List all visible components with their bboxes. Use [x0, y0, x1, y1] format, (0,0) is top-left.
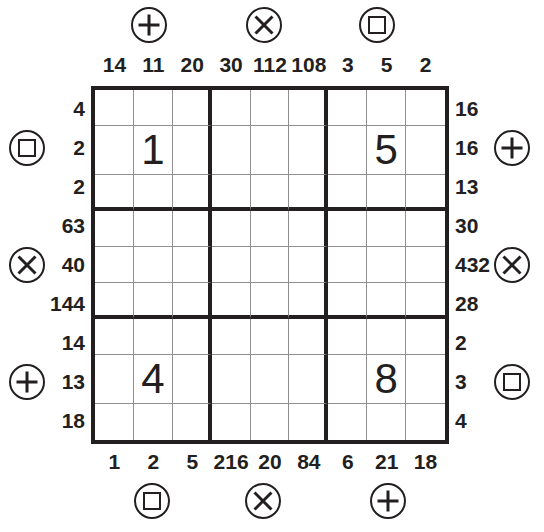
cell-r9c3[interactable] [173, 404, 212, 440]
clue-top-2: 11 [131, 54, 175, 76]
clue-left-1: 4 [28, 98, 85, 120]
clue-right-7: 2 [455, 332, 512, 354]
cell-r2c2-given[interactable]: 1 [134, 126, 173, 175]
clue-bottom-4: 216 [209, 451, 253, 473]
cell-r5c5[interactable] [251, 247, 290, 283]
clue-bottom-1: 1 [92, 451, 136, 473]
cell-r3c7[interactable] [328, 175, 367, 211]
cell-r9c5[interactable] [251, 404, 290, 440]
cell-r8c2-given[interactable]: 4 [134, 355, 173, 404]
op-add-icon [494, 130, 530, 166]
op-multiply-icon [494, 247, 530, 283]
square-glyph [143, 492, 161, 510]
plus-bar-v [511, 138, 514, 159]
cell-r6c8[interactable] [367, 283, 406, 319]
cell-r7c4[interactable] [212, 319, 251, 355]
cell-r1c1[interactable] [95, 90, 134, 126]
cell-r9c9[interactable] [406, 404, 445, 440]
cell-r8c5[interactable] [251, 355, 290, 404]
clue-top-8: 5 [365, 54, 409, 76]
clue-right-9: 4 [455, 410, 512, 432]
square-glyph [368, 16, 386, 34]
clue-right-6: 28 [455, 293, 512, 315]
cell-r6c5[interactable] [251, 283, 290, 319]
cell-r2c6[interactable] [289, 126, 328, 175]
clue-left-7: 14 [28, 332, 85, 354]
cell-r5c9[interactable] [406, 247, 445, 283]
cell-r6c7[interactable] [328, 283, 367, 319]
cell-r2c9[interactable] [406, 126, 445, 175]
clue-left-4: 63 [28, 215, 85, 237]
cell-r5c7[interactable] [328, 247, 367, 283]
op-multiply-icon [246, 7, 282, 43]
board: 1548 [91, 86, 449, 444]
cell-r6c1[interactable] [95, 283, 134, 319]
cell-r1c9[interactable] [406, 90, 445, 126]
cell-r7c1[interactable] [95, 319, 134, 355]
cell-r3c6[interactable] [289, 175, 328, 211]
cell-r3c1[interactable] [95, 175, 134, 211]
cell-r9c8[interactable] [367, 404, 406, 440]
cell-r2c1[interactable] [95, 126, 134, 175]
cell-r8c6[interactable] [289, 355, 328, 404]
cell-r4c9[interactable] [406, 211, 445, 247]
clue-top-5: 112 [248, 54, 292, 76]
cell-r7c9[interactable] [406, 319, 445, 355]
cell-r1c2[interactable] [134, 90, 173, 126]
clue-right-3: 13 [455, 176, 512, 198]
cell-r4c5[interactable] [251, 211, 290, 247]
clue-top-1: 14 [92, 54, 136, 76]
op-add-icon [131, 7, 167, 43]
plus-bar-v [148, 15, 151, 36]
cell-r3c4[interactable] [212, 175, 251, 211]
cell-r4c1[interactable] [95, 211, 134, 247]
cell-r8c8-given[interactable]: 8 [367, 355, 406, 404]
cell-r4c4[interactable] [212, 211, 251, 247]
cell-r5c3[interactable] [173, 247, 212, 283]
square-glyph [18, 139, 36, 157]
clue-left-9: 18 [28, 410, 85, 432]
cell-r5c2[interactable] [134, 247, 173, 283]
cell-r4c8[interactable] [367, 211, 406, 247]
cell-r4c7[interactable] [328, 211, 367, 247]
cell-r3c9[interactable] [406, 175, 445, 211]
cell-r5c8[interactable] [367, 247, 406, 283]
op-square-icon [9, 130, 45, 166]
cell-r5c4[interactable] [212, 247, 251, 283]
clue-bottom-6: 84 [287, 451, 331, 473]
cell-r6c9[interactable] [406, 283, 445, 319]
plus-bar-v [387, 491, 390, 512]
cell-r6c4[interactable] [212, 283, 251, 319]
cell-r6c6[interactable] [289, 283, 328, 319]
cell-r2c5[interactable] [251, 126, 290, 175]
cell-r4c2[interactable] [134, 211, 173, 247]
cell-r2c3[interactable] [173, 126, 212, 175]
cell-r9c7[interactable] [328, 404, 367, 440]
cell-r7c8[interactable] [367, 319, 406, 355]
clue-bottom-8: 21 [365, 451, 409, 473]
cell-r4c3[interactable] [173, 211, 212, 247]
cell-r9c6[interactable] [289, 404, 328, 440]
op-square-icon [359, 7, 395, 43]
cell-r8c4[interactable] [212, 355, 251, 404]
clue-bottom-2: 2 [131, 451, 175, 473]
cell-r2c4[interactable] [212, 126, 251, 175]
cell-r7c7[interactable] [328, 319, 367, 355]
cell-r8c1[interactable] [95, 355, 134, 404]
cell-r8c7[interactable] [328, 355, 367, 404]
clue-left-6: 144 [28, 293, 85, 315]
clue-left-3: 2 [28, 176, 85, 198]
cell-r1c3[interactable] [173, 90, 212, 126]
cell-r7c2[interactable] [134, 319, 173, 355]
op-add-icon [370, 483, 406, 519]
op-add-icon [9, 364, 45, 400]
cell-r9c2[interactable] [134, 404, 173, 440]
cell-r1c8[interactable] [367, 90, 406, 126]
plus-bar-v [26, 372, 29, 393]
cell-r3c2[interactable] [134, 175, 173, 211]
cell-r8c3[interactable] [173, 355, 212, 404]
clue-top-9: 2 [404, 54, 448, 76]
clue-right-4: 30 [455, 215, 512, 237]
cell-r5c1[interactable] [95, 247, 134, 283]
cell-r3c8[interactable] [367, 175, 406, 211]
cell-r4c6[interactable] [289, 211, 328, 247]
cell-r1c5[interactable] [251, 90, 290, 126]
cell-r1c6[interactable] [289, 90, 328, 126]
cell-r7c6[interactable] [289, 319, 328, 355]
op-square-icon [494, 364, 530, 400]
cell-r3c5[interactable] [251, 175, 290, 211]
cell-r1c4[interactable] [212, 90, 251, 126]
cell-r6c3[interactable] [173, 283, 212, 319]
op-square-icon [134, 483, 170, 519]
clue-bottom-5: 20 [248, 451, 292, 473]
clue-top-4: 30 [209, 54, 253, 76]
clue-right-1: 16 [455, 98, 512, 120]
cell-r2c8-given[interactable]: 5 [367, 126, 406, 175]
clue-top-7: 3 [326, 54, 370, 76]
cell-r9c4[interactable] [212, 404, 251, 440]
cell-r8c9[interactable] [406, 355, 445, 404]
op-multiply-icon [9, 247, 45, 283]
clue-top-6: 108 [287, 54, 331, 76]
cell-r2c7[interactable] [328, 126, 367, 175]
puzzle-canvas: 1548 14112030112108352 125216208462118 4… [0, 0, 544, 532]
cell-r7c5[interactable] [251, 319, 290, 355]
cell-r3c3[interactable] [173, 175, 212, 211]
cell-r7c3[interactable] [173, 319, 212, 355]
op-multiply-icon [245, 483, 281, 519]
cell-r1c7[interactable] [328, 90, 367, 126]
clue-bottom-7: 6 [326, 451, 370, 473]
cell-r5c6[interactable] [289, 247, 328, 283]
clue-top-3: 20 [170, 54, 214, 76]
cell-r9c1[interactable] [95, 404, 134, 440]
cell-r6c2[interactable] [134, 283, 173, 319]
clue-bottom-9: 18 [404, 451, 448, 473]
clue-bottom-3: 5 [170, 451, 214, 473]
square-glyph [503, 373, 521, 391]
